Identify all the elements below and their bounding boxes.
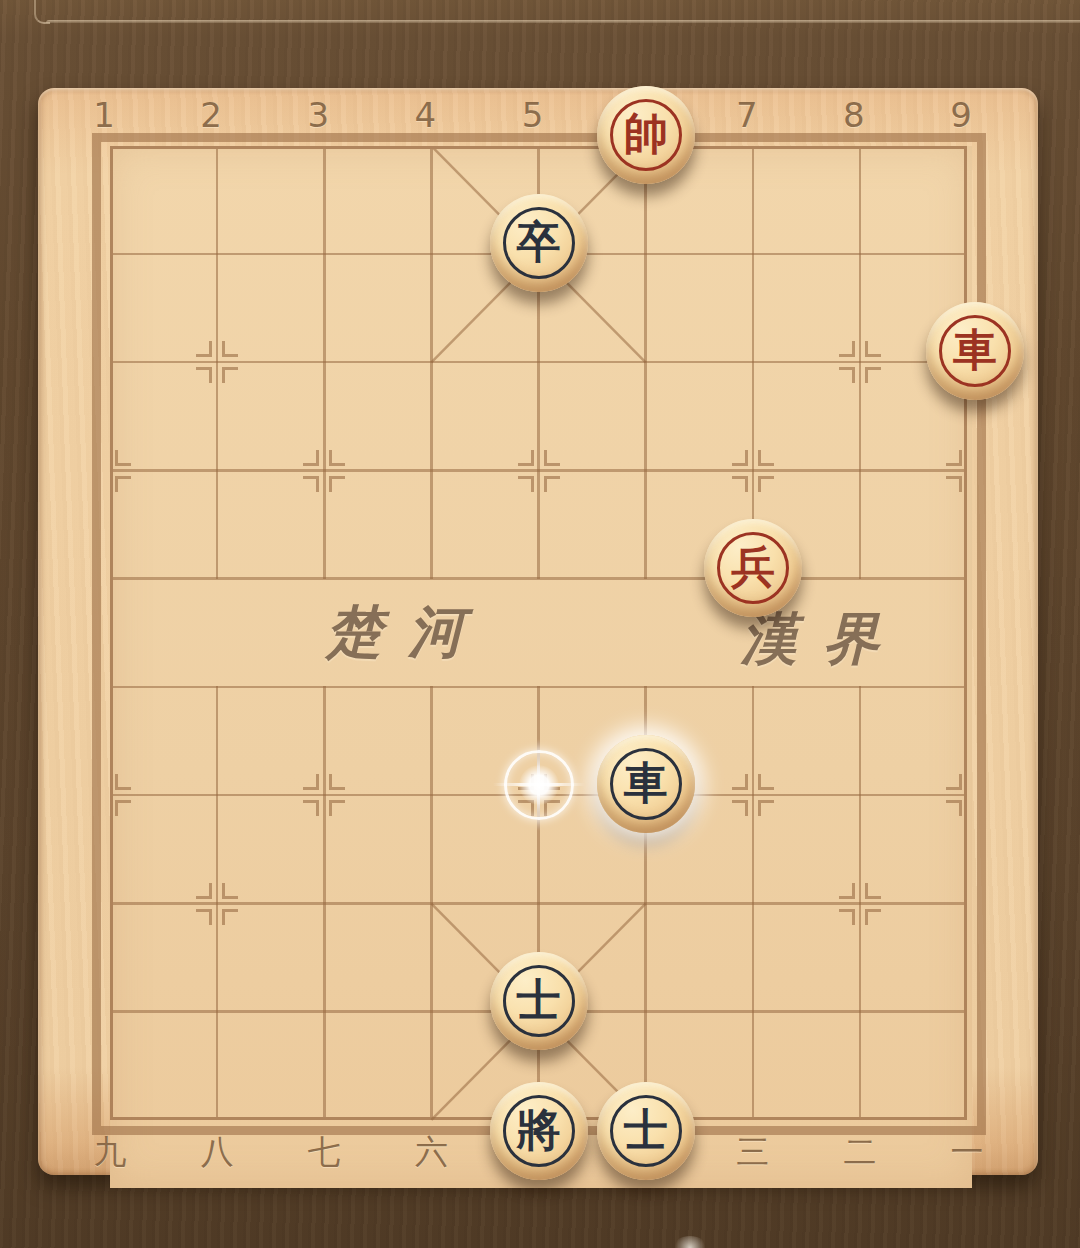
point-marker-corner <box>518 450 534 466</box>
piece-ring: 卒 <box>503 207 575 279</box>
point-marker-corner <box>518 476 534 492</box>
point-marker-corner <box>946 476 962 492</box>
point-marker-corner <box>865 341 881 357</box>
point-marker-corner <box>544 450 560 466</box>
piece-glyph: 將 <box>517 1108 561 1152</box>
point-marker-corner <box>865 367 881 383</box>
point-marker-corner <box>946 774 962 790</box>
point-marker-corner <box>732 774 748 790</box>
point-marker-corner <box>303 774 319 790</box>
red-soldier-piece[interactable]: 兵 <box>704 519 802 617</box>
piece-ring: 士 <box>503 965 575 1037</box>
background-glow <box>672 1236 708 1248</box>
point-marker-corner <box>222 341 238 357</box>
panel-edge-notch <box>34 0 50 24</box>
piece-ring: 將 <box>503 1095 575 1167</box>
point-marker-corner <box>758 800 774 816</box>
black-advisor-piece[interactable]: 士 <box>597 1082 695 1180</box>
point-marker <box>946 450 988 492</box>
file-label-top: 9 <box>950 95 972 135</box>
point-marker-corner <box>222 909 238 925</box>
point-marker-corner <box>115 450 131 466</box>
point-marker-corner <box>303 450 319 466</box>
grid-line-vertical <box>644 149 647 579</box>
piece-ring: 帥 <box>610 99 682 171</box>
grid-line-vertical <box>430 149 433 579</box>
file-label-top: 1 <box>93 95 115 135</box>
crosshair-dot <box>519 765 559 805</box>
red-chariot-piece[interactable]: 車 <box>926 302 1024 400</box>
point-marker-corner <box>196 367 212 383</box>
piece-glyph: 車 <box>953 328 997 372</box>
grid-line-vertical <box>752 149 755 579</box>
black-general-piece[interactable]: 將 <box>490 1082 588 1180</box>
point-marker-corner <box>329 476 345 492</box>
point-marker <box>732 450 774 492</box>
piece-glyph: 士 <box>624 1108 668 1152</box>
file-label-bottom: 九 <box>94 1130 127 1175</box>
point-marker-corner <box>329 774 345 790</box>
piece-ring: 車 <box>610 748 682 820</box>
red-general-piece[interactable]: 帥 <box>597 86 695 184</box>
point-marker <box>839 883 881 925</box>
point-marker-corner <box>115 476 131 492</box>
file-label-top: 8 <box>843 95 865 135</box>
point-marker-corner <box>732 450 748 466</box>
grid-line-vertical <box>430 686 433 1117</box>
piece-glyph: 帥 <box>624 112 668 156</box>
point-marker-corner <box>758 450 774 466</box>
file-label-top: 2 <box>200 95 222 135</box>
file-label-bottom: 七 <box>308 1130 341 1175</box>
grid-line-vertical <box>323 686 326 1117</box>
point-marker-corner <box>839 909 855 925</box>
point-marker-corner <box>758 476 774 492</box>
black-advisor-piece[interactable]: 士 <box>490 952 588 1050</box>
point-marker-corner <box>865 909 881 925</box>
point-marker <box>196 883 238 925</box>
point-marker-corner <box>115 774 131 790</box>
black-chariot-piece[interactable]: 車 <box>597 735 695 833</box>
piece-glyph: 士 <box>517 978 561 1022</box>
black-soldier-piece[interactable]: 卒 <box>490 194 588 292</box>
point-marker-corner <box>839 883 855 899</box>
point-marker-corner <box>196 909 212 925</box>
file-label-bottom: 三 <box>736 1130 769 1175</box>
grid-line-vertical <box>323 149 326 579</box>
point-marker-corner <box>946 450 962 466</box>
piece-ring: 兵 <box>717 532 789 604</box>
point-marker-corner <box>329 800 345 816</box>
point-marker-corner <box>196 883 212 899</box>
file-label-bottom: 一 <box>951 1130 984 1175</box>
point-marker-corner <box>839 367 855 383</box>
file-label-bottom: 六 <box>415 1130 448 1175</box>
piece-ring: 士 <box>610 1095 682 1167</box>
file-label-top: 5 <box>522 95 544 135</box>
point-marker-corner <box>303 476 319 492</box>
point-marker <box>946 774 988 816</box>
point-marker <box>196 341 238 383</box>
point-marker <box>839 341 881 383</box>
point-marker-corner <box>544 476 560 492</box>
piece-ring: 車 <box>939 315 1011 387</box>
point-marker-corner <box>196 341 212 357</box>
point-marker-corner <box>946 800 962 816</box>
point-marker-corner <box>865 883 881 899</box>
point-marker <box>303 450 345 492</box>
piece-glyph: 車 <box>624 761 668 805</box>
file-label-top: 4 <box>415 95 437 135</box>
point-marker-corner <box>115 800 131 816</box>
point-marker <box>89 774 131 816</box>
point-marker-corner <box>758 774 774 790</box>
point-marker-corner <box>732 476 748 492</box>
point-marker <box>89 450 131 492</box>
point-marker <box>303 774 345 816</box>
file-label-bottom: 八 <box>201 1130 234 1175</box>
point-marker-corner <box>329 450 345 466</box>
file-label-bottom: 二 <box>843 1130 876 1175</box>
point-marker-corner <box>732 800 748 816</box>
point-marker-corner <box>222 367 238 383</box>
point-marker-corner <box>303 800 319 816</box>
point-marker <box>518 450 560 492</box>
point-marker-corner <box>222 883 238 899</box>
grid-line-vertical <box>752 686 755 1117</box>
river-text-left: 楚河 <box>326 595 490 671</box>
file-label-top: 7 <box>736 95 758 135</box>
piece-glyph: 兵 <box>731 545 775 589</box>
move-target-crosshair[interactable] <box>491 737 587 833</box>
point-marker <box>732 774 774 816</box>
panel-bottom-edge <box>46 20 1080 23</box>
piece-glyph: 卒 <box>517 220 561 264</box>
point-marker-corner <box>839 341 855 357</box>
file-label-top: 3 <box>307 95 329 135</box>
